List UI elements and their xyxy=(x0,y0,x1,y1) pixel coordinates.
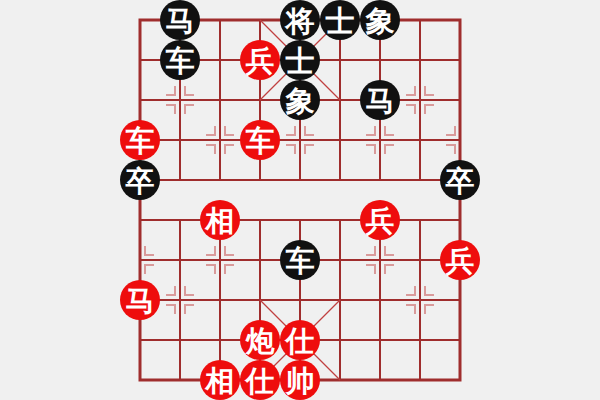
black-general-glyph: 将 xyxy=(284,5,315,37)
red-pawn-glyph: 兵 xyxy=(365,205,395,237)
piece-red-horse[interactable]: 马 xyxy=(120,280,160,320)
red-advisor-glyph: 仕 xyxy=(284,325,315,357)
piece-red-elephant[interactable]: 相 xyxy=(200,360,240,400)
black-advisor-glyph: 士 xyxy=(285,45,315,77)
black-advisor-glyph: 士 xyxy=(325,5,355,37)
piece-black-elephant[interactable]: 象 xyxy=(280,80,320,120)
piece-black-advisor[interactable]: 士 xyxy=(280,40,320,80)
red-pawn-glyph: 兵 xyxy=(245,45,275,77)
black-elephant-glyph: 象 xyxy=(365,5,395,37)
red-pawn-glyph: 兵 xyxy=(445,245,475,277)
piece-black-general[interactable]: 将 xyxy=(280,0,320,40)
piece-black-pawn[interactable]: 卒 xyxy=(120,160,160,200)
black-chariot-glyph: 车 xyxy=(166,45,195,77)
black-horse-glyph: 马 xyxy=(366,85,395,117)
black-pawn-glyph: 卒 xyxy=(125,165,155,197)
red-elephant-glyph: 相 xyxy=(205,365,235,397)
red-advisor-glyph: 仕 xyxy=(244,365,275,397)
piece-red-chariot[interactable]: 车 xyxy=(240,120,280,160)
piece-black-elephant[interactable]: 象 xyxy=(360,0,400,40)
xiangqi-board[interactable]: 马将士象车兵士象马车车卒卒相兵车兵马炮仕相仕帅 xyxy=(0,0,600,400)
piece-red-advisor[interactable]: 仕 xyxy=(280,320,320,360)
piece-black-horse[interactable]: 马 xyxy=(360,80,400,120)
black-chariot-glyph: 车 xyxy=(286,245,315,277)
screenshot-root: { "game": "xiangqi", "position": "1n2kab… xyxy=(0,0,600,400)
xiangqi-app: 马将士象车兵士象马车车卒卒相兵车兵马炮仕相仕帅 xyxy=(0,0,600,400)
piece-red-chariot[interactable]: 车 xyxy=(120,120,160,160)
red-horse-glyph: 马 xyxy=(126,285,155,317)
red-general-glyph: 帅 xyxy=(285,365,315,397)
piece-black-chariot[interactable]: 车 xyxy=(280,240,320,280)
piece-red-general[interactable]: 帅 xyxy=(280,360,320,400)
piece-black-horse[interactable]: 马 xyxy=(160,0,200,40)
red-cannon-glyph: 炮 xyxy=(245,325,276,357)
piece-red-pawn[interactable]: 兵 xyxy=(440,240,480,280)
red-chariot-glyph: 车 xyxy=(126,125,155,157)
piece-red-advisor[interactable]: 仕 xyxy=(240,360,280,400)
black-pawn-glyph: 卒 xyxy=(445,165,475,197)
piece-red-pawn[interactable]: 兵 xyxy=(360,200,400,240)
piece-red-pawn[interactable]: 兵 xyxy=(240,40,280,80)
piece-black-advisor[interactable]: 士 xyxy=(320,0,360,40)
piece-black-pawn[interactable]: 卒 xyxy=(440,160,480,200)
piece-red-cannon[interactable]: 炮 xyxy=(240,320,280,360)
black-elephant-glyph: 象 xyxy=(285,85,315,117)
piece-red-elephant[interactable]: 相 xyxy=(200,200,240,240)
black-horse-glyph: 马 xyxy=(166,5,195,37)
red-elephant-glyph: 相 xyxy=(205,205,235,237)
piece-black-chariot[interactable]: 车 xyxy=(160,40,200,80)
red-chariot-glyph: 车 xyxy=(246,125,275,157)
